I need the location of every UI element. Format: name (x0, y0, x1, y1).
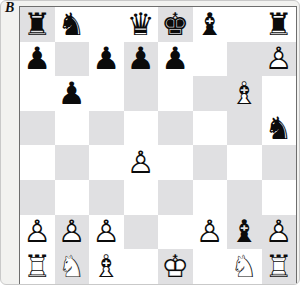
square-g1[interactable]: ♞♘ (227, 249, 262, 284)
piece-bK-e8: ♚ (161, 9, 189, 40)
square-h4[interactable] (262, 145, 297, 180)
piece-bN-h5: ♞ (265, 113, 293, 144)
square-b7[interactable] (55, 42, 90, 77)
piece-wP-a2: ♟♙ (23, 216, 51, 247)
square-g3[interactable] (227, 180, 262, 215)
square-g2[interactable]: ♝ (227, 215, 262, 250)
square-h8[interactable]: ♜ (262, 7, 297, 42)
square-a4[interactable] (20, 145, 55, 180)
square-c3[interactable] (89, 180, 124, 215)
square-d7[interactable]: ♟ (124, 42, 159, 77)
square-f3[interactable] (193, 180, 228, 215)
square-c2[interactable]: ♟♙ (89, 215, 124, 250)
piece-bP-a7: ♟ (23, 43, 51, 74)
piece-bQ-d8: ♛ (127, 9, 155, 40)
piece-bP-e7: ♟ (161, 43, 189, 74)
square-b5[interactable] (55, 111, 90, 146)
square-g5[interactable] (227, 111, 262, 146)
piece-wP-h2: ♟♙ (265, 216, 293, 247)
square-a8[interactable]: ♜ (20, 7, 55, 42)
piece-wB-g6: ♝♗ (230, 78, 258, 109)
square-d3[interactable] (124, 180, 159, 215)
piece-bP-b6: ♟ (58, 78, 86, 109)
square-b4[interactable] (55, 145, 90, 180)
square-e8[interactable]: ♚ (158, 7, 193, 42)
piece-wB-c1: ♝♗ (92, 251, 120, 282)
square-b8[interactable]: ♞ (55, 7, 90, 42)
square-h1[interactable]: ♜♖ (262, 249, 297, 284)
square-d2[interactable] (124, 215, 159, 250)
square-g4[interactable] (227, 145, 262, 180)
square-e3[interactable] (158, 180, 193, 215)
square-a1[interactable]: ♜♖ (20, 249, 55, 284)
piece-wN-g1: ♞♘ (230, 251, 258, 282)
square-a5[interactable] (20, 111, 55, 146)
square-e4[interactable] (158, 145, 193, 180)
square-a3[interactable] (20, 180, 55, 215)
piece-wR-h1: ♜♖ (265, 251, 293, 282)
square-h5[interactable]: ♞ (262, 111, 297, 146)
square-c1[interactable]: ♝♗ (89, 249, 124, 284)
square-b2[interactable]: ♟♙ (55, 215, 90, 250)
square-e2[interactable] (158, 215, 193, 250)
square-a2[interactable]: ♟♙ (20, 215, 55, 250)
square-f1[interactable] (193, 249, 228, 284)
piece-bB-f8: ♝ (196, 9, 224, 40)
square-a7[interactable]: ♟ (20, 42, 55, 77)
square-d8[interactable]: ♛ (124, 7, 159, 42)
square-g6[interactable]: ♝♗ (227, 76, 262, 111)
piece-bN-b8: ♞ (58, 9, 86, 40)
square-a6[interactable] (20, 76, 55, 111)
square-f4[interactable] (193, 145, 228, 180)
square-d1[interactable] (124, 249, 159, 284)
square-f6[interactable] (193, 76, 228, 111)
piece-bB-g2: ♝ (230, 216, 258, 247)
square-g8[interactable] (227, 7, 262, 42)
square-d5[interactable] (124, 111, 159, 146)
piece-wP-f2: ♟♙ (196, 216, 224, 247)
square-h6[interactable] (262, 76, 297, 111)
piece-wP-h7: ♟♙ (265, 43, 293, 74)
chess-diagram: B ♜♞♛♚♝♜♟♟♟♟♟♙♟♝♗♞♟♙♟♙♟♙♟♙♟♙♝♟♙♜♖♞♘♝♗♚♔♞… (0, 0, 300, 285)
piece-wP-c2: ♟♙ (92, 216, 120, 247)
square-d6[interactable] (124, 76, 159, 111)
square-h7[interactable]: ♟♙ (262, 42, 297, 77)
square-f2[interactable]: ♟♙ (193, 215, 228, 250)
chess-board: ♜♞♛♚♝♜♟♟♟♟♟♙♟♝♗♞♟♙♟♙♟♙♟♙♟♙♝♟♙♜♖♞♘♝♗♚♔♞♘♜… (19, 6, 297, 285)
square-e1[interactable]: ♚♔ (158, 249, 193, 284)
piece-wK-e1: ♚♔ (161, 251, 189, 282)
square-d4[interactable]: ♟♙ (124, 145, 159, 180)
square-e7[interactable]: ♟ (158, 42, 193, 77)
piece-bP-c7: ♟ (92, 43, 120, 74)
square-e6[interactable] (158, 76, 193, 111)
square-b1[interactable]: ♞♘ (55, 249, 90, 284)
piece-bR-a8: ♜ (23, 9, 51, 40)
piece-bR-h8: ♜ (265, 9, 293, 40)
piece-wP-b2: ♟♙ (58, 216, 86, 247)
square-c5[interactable] (89, 111, 124, 146)
square-c7[interactable]: ♟ (89, 42, 124, 77)
square-b3[interactable] (55, 180, 90, 215)
square-h3[interactable] (262, 180, 297, 215)
piece-wN-b1: ♞♘ (58, 251, 86, 282)
piece-bP-d7: ♟ (127, 43, 155, 74)
square-g7[interactable] (227, 42, 262, 77)
square-h2[interactable]: ♟♙ (262, 215, 297, 250)
square-e5[interactable] (158, 111, 193, 146)
square-b6[interactable]: ♟ (55, 76, 90, 111)
square-c8[interactable] (89, 7, 124, 42)
square-f5[interactable] (193, 111, 228, 146)
square-f7[interactable] (193, 42, 228, 77)
piece-wP-d4: ♟♙ (127, 147, 155, 178)
side-to-move-indicator: B (5, 0, 14, 16)
piece-wR-a1: ♜♖ (23, 251, 51, 282)
square-c6[interactable] (89, 76, 124, 111)
square-f8[interactable]: ♝ (193, 7, 228, 42)
square-c4[interactable] (89, 145, 124, 180)
